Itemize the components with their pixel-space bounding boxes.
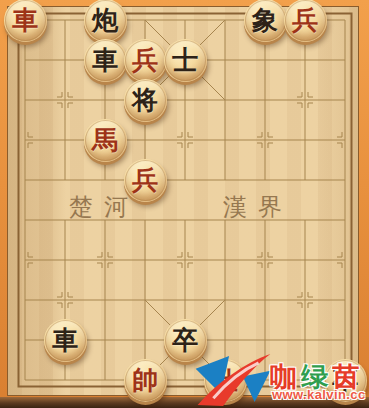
piece-red-馬[interactable]: 馬 <box>84 119 127 162</box>
piece-black-車[interactable]: 車 <box>44 319 87 362</box>
piece-black-卒[interactable]: 卒 <box>324 359 367 402</box>
piece-glyph: 将 <box>132 79 158 122</box>
piece-glyph: 車 <box>92 39 118 82</box>
piece-glyph: 車 <box>12 0 38 42</box>
piece-glyph: 帥 <box>132 359 158 402</box>
piece-red-兵[interactable]: 兵 <box>124 159 167 202</box>
piece-red-兵[interactable]: 兵 <box>284 0 327 42</box>
piece-glyph: 兵 <box>132 159 158 202</box>
piece-glyph: 兵 <box>132 39 158 82</box>
piece-glyph: 車 <box>52 319 78 362</box>
piece-glyph: 仕 <box>212 359 238 402</box>
piece-glyph: 馬 <box>92 119 118 162</box>
piece-red-兵[interactable]: 兵 <box>124 39 167 82</box>
piece-red-仕[interactable]: 仕 <box>204 359 247 402</box>
piece-black-炮[interactable]: 炮 <box>84 0 127 42</box>
piece-black-卒[interactable]: 卒 <box>164 319 207 362</box>
pieces-layer: 車炮象兵車兵士将馬兵車卒帥仕卒 <box>0 0 369 408</box>
piece-red-帥[interactable]: 帥 <box>124 359 167 402</box>
piece-black-象[interactable]: 象 <box>244 0 287 42</box>
piece-glyph: 卒 <box>332 359 358 402</box>
piece-glyph: 象 <box>252 0 278 42</box>
piece-glyph: 士 <box>172 39 198 82</box>
piece-black-車[interactable]: 車 <box>84 39 127 82</box>
xiangqi-board[interactable]: 楚河 漢界 車炮象兵車兵士将馬兵車卒帥仕卒 咖绿茵 www.kalvin.cc <box>0 0 369 408</box>
piece-glyph: 卒 <box>172 319 198 362</box>
piece-glyph: 兵 <box>292 0 318 42</box>
piece-black-士[interactable]: 士 <box>164 39 207 82</box>
piece-black-将[interactable]: 将 <box>124 79 167 122</box>
piece-glyph: 炮 <box>92 0 118 42</box>
piece-red-車[interactable]: 車 <box>4 0 47 42</box>
